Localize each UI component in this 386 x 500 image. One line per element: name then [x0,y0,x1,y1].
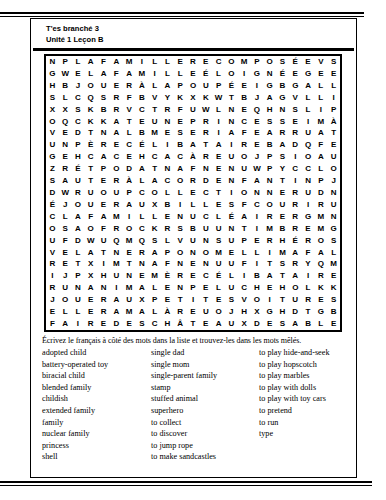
grid-cell: E [327,139,340,151]
grid-cell: F [187,163,200,175]
grid-cell: W [59,187,72,199]
grid-cell: M [314,211,327,223]
grid-cell: R [97,139,110,151]
grid-cell: P [123,187,136,199]
grid-cell: F [97,56,110,68]
word-list-item: single mom [151,359,217,371]
grid-cell: I [225,139,238,151]
grid-cell: R [199,127,212,139]
grid-cell: O [97,187,110,199]
grid-cell: O [174,175,187,187]
grid-cell: R [276,127,289,139]
grid-cell: É [225,80,238,92]
grid-cell: E [161,127,174,139]
grid-cell: D [199,175,212,187]
grid-cell: O [72,199,85,211]
grid-cell: E [187,127,200,139]
grid-cell: C [174,151,187,163]
grid-cell: M [123,282,136,294]
grid-cell: L [148,306,161,318]
grid-cell: D [110,318,123,330]
grid-cell: T [327,127,340,139]
grid-cell: U [110,270,123,282]
grid-cell: T [276,270,289,282]
grid-cell: I [212,116,225,128]
grid-cell: U [148,116,161,128]
word-list-item: biracial child [42,370,108,382]
grid-cell: R [135,247,148,259]
grid-cell: G [263,306,276,318]
grid-cell: H [276,306,289,318]
grid-cell: U [302,127,315,139]
top-divider [0,12,364,17]
grid-cell: B [59,80,72,92]
grid-cell: I [251,259,264,271]
grid-cell: L [174,187,187,199]
grid-cell: S [148,235,161,247]
grid-cell: N [225,104,238,116]
grid-cell: F [238,127,251,139]
grid-cell: I [238,270,251,282]
grid-cell: R [46,259,59,271]
grid-cell: L [72,56,85,68]
grid-cell: O [263,56,276,68]
grid-cell: L [212,211,225,223]
grid-cell: E [289,116,302,128]
grid-cell: A [59,318,72,330]
grid-cell: R [314,199,327,211]
grid-cell: C [289,163,302,175]
word-list-column-3: to play hide-and-seekto play hopscotchto… [259,347,329,440]
grid-cell: U [187,211,200,223]
word-list-item: shell [42,451,108,463]
grid-cell: É [289,235,302,247]
grid-cell: D [289,139,302,151]
grid-cell: A [187,139,200,151]
grid-cell: X [135,294,148,306]
grid-cell: I [251,211,264,223]
page-title: T'es branché 3 [46,23,103,34]
grid-cell: R [289,259,302,271]
grid-cell: D [72,235,85,247]
grid-cell: E [161,282,174,294]
grid-cell: S [276,56,289,68]
grid-cell: J [225,306,238,318]
grid-cell: E [199,318,212,330]
grid-cell: W [199,104,212,116]
grid-cell: M [123,306,136,318]
grid-cell: O [251,294,264,306]
word-list-item: blended family [42,382,108,394]
grid-cell: J [251,92,264,104]
grid-cell: N [97,127,110,139]
grid-cell: W [84,235,97,247]
grid-cell: B [276,223,289,235]
grid-cell: H [238,306,251,318]
grid-cell: R [97,294,110,306]
grid-cell: I [123,211,136,223]
grid-cell: F [97,223,110,235]
word-list-item: extended family [42,405,108,417]
grid-cell: È [161,270,174,282]
grid-cell: G [314,306,327,318]
grid-cell: E [187,270,200,282]
word-list-item: type [259,428,329,440]
grid-cell: À [187,151,200,163]
grid-cell: L [302,104,315,116]
grid-cell: T [199,139,212,151]
grid-cell: N [199,259,212,271]
grid-cell: P [148,294,161,306]
grid-cell: H [46,80,59,92]
grid-cell: L [212,104,225,116]
grid-cell: N [46,56,59,68]
grid-cell: P [212,80,225,92]
grid-cell: X [46,104,59,116]
grid-cell: V [46,247,59,259]
grid-cell: Z [46,163,59,175]
grid-cell: E [174,116,187,128]
grid-cell: U [72,175,85,187]
grid-cell: O [225,68,238,80]
grid-cell: N [276,104,289,116]
grid-cell: U [46,139,59,151]
grid-cell: Q [84,92,97,104]
grid-cell: H [263,104,276,116]
grid-cell: H [276,235,289,247]
grid-cell: Q [251,104,264,116]
grid-cell: L [302,92,315,104]
grid-cell: U [225,318,238,330]
grid-cell: L [174,68,187,80]
grid-cell: E [72,68,85,80]
grid-cell: T [148,104,161,116]
grid-cell: X [84,270,97,282]
grid-cell: I [289,175,302,187]
grid-cell: M [238,56,251,68]
grid-cell: P [187,116,200,128]
grid-cell: T [97,247,110,259]
grid-cell: G [46,151,59,163]
grid-cell: T [212,187,225,199]
grid-cell: E [263,282,276,294]
grid-cell: N [327,211,340,223]
grid-cell: I [187,294,200,306]
grid-cell: L [161,235,174,247]
grid-cell: S [72,104,85,116]
grid-cell: K [84,104,97,116]
grid-cell: U [225,282,238,294]
grid-cell: P [59,56,72,68]
grid-cell: T [72,259,85,271]
grid-cell: N [263,175,276,187]
grid-cell: C [72,116,85,128]
grid-cell: R [84,318,97,330]
grid-cell: M [327,259,340,271]
grid-cell: C [148,151,161,163]
grid-cell: I [238,68,251,80]
grid-cell: B [161,199,174,211]
grid-cell: S [135,318,148,330]
word-list-item: stuffed animal [151,393,217,405]
grid-cell: L [161,56,174,68]
grid-cell: R [161,223,174,235]
grid-cell: S [174,223,187,235]
grid-cell: T [84,175,97,187]
grid-cell: A [97,68,110,80]
grid-cell: A [123,199,136,211]
grid-cell: C [46,211,59,223]
grid-cell: L [148,80,161,92]
grid-cell: M [276,247,289,259]
grid-cell: C [212,56,225,68]
grid-cell: R [123,80,136,92]
grid-cell: L [327,80,340,92]
grid-cell: U [212,223,225,235]
grid-cell: P [238,235,251,247]
grid-cell: L [123,127,136,139]
grid-cell: Y [161,92,174,104]
grid-cell: R [187,175,200,187]
grid-cell: F [84,211,97,223]
grid-cell: R [199,116,212,128]
grid-cell: B [174,139,187,151]
grid-cell: B [327,306,340,318]
grid-cell: S [46,175,59,187]
grid-cell: E [289,68,302,80]
grid-cell: C [199,270,212,282]
grid-cell: V [238,294,251,306]
grid-cell: G [289,80,302,92]
grid-cell: T [148,163,161,175]
grid-cell: À [161,306,174,318]
grid-cell: R [302,294,315,306]
grid-cell: E [251,116,264,128]
grid-cell: A [59,175,72,187]
grid-cell: I [263,294,276,306]
grid-cell: P [327,104,340,116]
grid-cell: F [110,68,123,80]
grid-cell: E [251,127,264,139]
grid-cell: B [187,223,200,235]
grid-cell: S [225,199,238,211]
grid-cell: N [199,235,212,247]
grid-cell: I [251,80,264,92]
grid-cell: S [327,235,340,247]
grid-cell: A [212,318,225,330]
grid-cell: N [251,187,264,199]
grid-cell: N [225,175,238,187]
grid-cell: U [123,294,136,306]
grid-cell: M [212,247,225,259]
grid-cell: C [148,318,161,330]
grid-cell: I [327,92,340,104]
grid-cell: O [59,294,72,306]
grid-cell: G [276,92,289,104]
grid-cell: L [135,175,148,187]
grid-cell: O [84,80,97,92]
grid-cell: E [84,294,97,306]
grid-cell: A [251,175,264,187]
grid-cell: U [135,199,148,211]
grid-cell: L [238,247,251,259]
grid-cell: S [225,294,238,306]
grid-cell: M [314,116,327,128]
grid-cell: K [327,282,340,294]
grid-cell: S [276,259,289,271]
grid-cell: L [187,199,200,211]
grid-cell: X [251,306,264,318]
grid-cell: U [225,151,238,163]
grid-cell: A [135,282,148,294]
grid-cell: N [199,163,212,175]
page-subtitle: Unité 1 Leçon B [46,34,103,45]
grid-cell: U [212,259,225,271]
grid-cell: A [174,163,187,175]
grid-cell: A [84,282,97,294]
word-list-item: to discover [151,428,217,440]
grid-cell: Y [302,259,315,271]
grid-cell: D [251,318,264,330]
grid-cell: R [289,211,302,223]
grid-cell: S [46,92,59,104]
grid-cell: U [187,104,200,116]
grid-cell: N [302,175,315,187]
grid-cell: N [72,282,85,294]
grid-cell: A [289,270,302,282]
grid-cell: L [84,68,97,80]
grid-cell: K [148,223,161,235]
grid-cell: T [174,294,187,306]
grid-cell: E [161,294,174,306]
grid-cell: M [263,223,276,235]
grid-cell: D [123,163,136,175]
grid-cell: O [225,56,238,68]
grid-cell: E [123,151,136,163]
grid-cell: P [314,175,327,187]
grid-cell: O [263,199,276,211]
grid-cell: E [327,270,340,282]
grid-cell: T [187,318,200,330]
grid-cell: T [276,294,289,306]
grid-cell: E [187,306,200,318]
header: T'es branché 3 Unité 1 Leçon B [46,23,103,45]
grid-cell: P [97,163,110,175]
grid-cell: P [161,247,174,259]
grid-cell: H [161,318,174,330]
grid-cell: O [314,235,327,247]
grid-cell: I [110,282,123,294]
word-search-grid: NPLAFAMILLERECOMPOSÉEVSGWELAFAMILLEÉLOIG… [44,54,342,332]
grid-cell: A [289,247,302,259]
grid-cell: A [135,306,148,318]
grid-cell: U [84,199,97,211]
bottom-divider [0,481,372,486]
content-box: T'es branché 3 Unité 1 Leçon B NPLAFAMIL… [30,18,357,478]
word-list-item: to play marbles [259,370,329,382]
grid-cell: A [97,211,110,223]
grid-cell: J [251,151,264,163]
grid-cell: A [110,306,123,318]
grid-cell: E [59,127,72,139]
grid-cell: T [123,259,136,271]
word-list-item: family [42,417,108,429]
grid-cell: R [289,199,302,211]
grid-cell: C [302,163,315,175]
grid-cell: A [314,151,327,163]
grid-cell: D [72,127,85,139]
grid-cell: N [225,163,238,175]
grid-cell: S [327,56,340,68]
grid-cell: B [302,318,315,330]
grid-cell: M [123,235,136,247]
grid-cell: R [289,127,302,139]
grid-cell: É [135,139,148,151]
grid-cell: G [302,68,315,80]
grid-cell: I [225,187,238,199]
grid-cell: L [72,247,85,259]
grid-cell: A [289,318,302,330]
grid-cell: W [212,92,225,104]
grid-cell: C [199,187,212,199]
grid-cell: G [302,211,315,223]
grid-cell: E [187,259,200,271]
grid-cell: J [59,199,72,211]
grid-cell: C [110,151,123,163]
grid-cell: I [302,116,315,128]
grid-cell: O [327,163,340,175]
grid-cell: I [263,247,276,259]
grid-cell: E [187,68,200,80]
word-list-item: battery-operated toy [42,359,108,371]
grid-cell: Â [174,318,187,330]
grid-cell: L [148,56,161,68]
grid-cell: E [174,56,187,68]
word-list-item: to pretend [259,405,329,417]
grid-cell: C [238,116,251,128]
grid-cell: G [263,80,276,92]
grid-cell: U [238,163,251,175]
page: { "game": "word-search", "title": "T'es … [0,0,386,500]
grid-cell: B [135,127,148,139]
grid-cell: F [46,318,59,330]
grid-cell: J [46,294,59,306]
grid-cell: U [72,294,85,306]
grid-cell: P [251,56,264,68]
word-list-item: single-parent family [151,370,217,382]
grid-cell: S [174,127,187,139]
grid-cell: A [110,127,123,139]
grid-cell: T [238,223,251,235]
grid-cell: B [97,104,110,116]
grid-cell: M [314,223,327,235]
grid-cell: L [251,247,264,259]
grid-cell: A [148,259,161,271]
grid-cell: K [199,92,212,104]
grid-cell: G [46,68,59,80]
header-divider [33,48,354,51]
grid-cell: H [276,282,289,294]
grid-cell: S [276,318,289,330]
grid-cell: J [72,80,85,92]
grid-cell: U [97,80,110,92]
grid-cell: E [135,270,148,282]
grid-cell: E [46,306,59,318]
grid-cell: S [263,116,276,128]
grid-cell: I [302,270,315,282]
grid-cell: E [302,223,315,235]
grid-cell: R [302,235,315,247]
